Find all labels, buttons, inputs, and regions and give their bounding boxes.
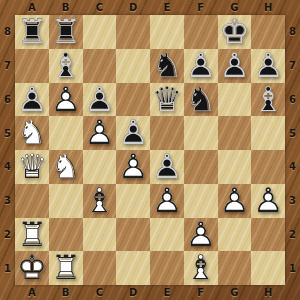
square-f5[interactable] <box>184 116 218 150</box>
square-e4[interactable]: ♟♙ <box>150 150 184 184</box>
square-g7[interactable]: ♟♙ <box>218 49 252 83</box>
square-a8[interactable]: ♜♖ <box>15 15 49 49</box>
white-knight-a5[interactable]: ♞♘ <box>15 116 49 150</box>
white-king-a1[interactable]: ♚♔ <box>15 251 49 285</box>
queen-glyph-outline: ♕ <box>17 150 47 184</box>
pawn-glyph-outline: ♙ <box>84 83 114 117</box>
square-f1[interactable]: ♝♗ <box>184 251 218 285</box>
file-label-d: D <box>116 285 150 300</box>
black-rook-a8[interactable]: ♜♖ <box>15 15 49 49</box>
white-pawn-g3[interactable]: ♟♙ <box>218 184 252 218</box>
square-g8[interactable]: ♚♔ <box>218 15 252 49</box>
knight-glyph-outline: ♘ <box>17 116 47 150</box>
rank-label-4: 4 <box>285 150 300 184</box>
rank-label-3: 3 <box>0 184 15 218</box>
rank-label-4: 4 <box>0 150 15 184</box>
pawn-glyph-outline: ♙ <box>50 83 80 117</box>
square-c7[interactable] <box>83 49 117 83</box>
white-queen-a4[interactable]: ♛♕ <box>15 150 49 184</box>
square-e5[interactable] <box>150 116 184 150</box>
bishop-glyph-outline: ♗ <box>50 49 80 83</box>
square-d3[interactable] <box>116 184 150 218</box>
square-b4[interactable]: ♞♘ <box>49 150 83 184</box>
black-pawn-a6[interactable]: ♟♙ <box>15 83 49 117</box>
square-e7[interactable]: ♞♘ <box>150 49 184 83</box>
square-h6[interactable]: ♝♗ <box>251 83 285 117</box>
pawn-glyph-outline: ♙ <box>253 49 283 83</box>
square-e8[interactable] <box>150 15 184 49</box>
square-h4[interactable] <box>251 150 285 184</box>
square-g6[interactable] <box>218 83 252 117</box>
pawn-glyph-outline: ♙ <box>185 218 215 252</box>
square-c6[interactable]: ♟♙ <box>83 83 117 117</box>
square-f7[interactable]: ♟♙ <box>184 49 218 83</box>
rank-labels-left: 87654321 <box>0 15 15 285</box>
black-pawn-e4[interactable]: ♟♙ <box>150 150 184 184</box>
black-pawn-f7[interactable]: ♟♙ <box>184 49 218 83</box>
black-bishop-b7[interactable]: ♝♗ <box>49 49 83 83</box>
white-pawn-c5[interactable]: ♟♙ <box>83 116 117 150</box>
square-h7[interactable]: ♟♙ <box>251 49 285 83</box>
rank-label-6: 6 <box>285 83 300 117</box>
file-label-c: C <box>83 0 117 15</box>
square-c5[interactable]: ♟♙ <box>83 116 117 150</box>
rank-label-1: 1 <box>285 251 300 285</box>
rook-glyph-outline: ♖ <box>17 15 47 49</box>
square-c4[interactable] <box>83 150 117 184</box>
square-a2[interactable]: ♜♖ <box>15 218 49 252</box>
white-bishop-f1[interactable]: ♝♗ <box>184 251 218 285</box>
file-label-h: H <box>251 285 285 300</box>
square-b7[interactable]: ♝♗ <box>49 49 83 83</box>
square-a3[interactable] <box>15 184 49 218</box>
file-label-b: B <box>49 285 83 300</box>
square-h1[interactable] <box>251 251 285 285</box>
rook-glyph-outline: ♖ <box>50 251 80 285</box>
square-f8[interactable] <box>184 15 218 49</box>
file-label-c: C <box>83 285 117 300</box>
square-a4[interactable]: ♛♕ <box>15 150 49 184</box>
pawn-glyph-outline: ♙ <box>152 184 182 218</box>
square-b1[interactable]: ♜♖ <box>49 251 83 285</box>
square-d2[interactable] <box>116 218 150 252</box>
file-label-d: D <box>116 0 150 15</box>
square-d4[interactable]: ♟♙ <box>116 150 150 184</box>
file-label-a: A <box>15 285 49 300</box>
square-a7[interactable] <box>15 49 49 83</box>
pawn-glyph-outline: ♙ <box>219 49 249 83</box>
black-pawn-h7[interactable]: ♟♙ <box>251 49 285 83</box>
file-label-f: F <box>184 0 218 15</box>
file-label-e: E <box>150 0 184 15</box>
pawn-glyph-outline: ♙ <box>253 184 283 218</box>
white-pawn-f2[interactable]: ♟♙ <box>184 218 218 252</box>
chess-board: ♜♖♜♖♚♔♝♗♞♘♟♙♟♙♟♙♟♙♟♙♟♙♛♕♞♘♝♗♞♘♟♙♟♙♛♕♞♘♟♙… <box>15 15 285 285</box>
square-g5[interactable] <box>218 116 252 150</box>
knight-glyph-outline: ♘ <box>185 83 215 117</box>
file-label-f: F <box>184 285 218 300</box>
rank-label-2: 2 <box>285 218 300 252</box>
square-c8[interactable] <box>83 15 117 49</box>
king-glyph-outline: ♔ <box>219 15 249 49</box>
knight-glyph-outline: ♘ <box>152 49 182 83</box>
pawn-glyph-outline: ♙ <box>118 116 148 150</box>
square-e1[interactable] <box>150 251 184 285</box>
white-pawn-d4[interactable]: ♟♙ <box>116 150 150 184</box>
pawn-glyph-outline: ♙ <box>185 49 215 83</box>
square-h3[interactable]: ♟♙ <box>251 184 285 218</box>
rank-label-7: 7 <box>0 49 15 83</box>
square-d1[interactable] <box>116 251 150 285</box>
square-e2[interactable] <box>150 218 184 252</box>
square-b5[interactable] <box>49 116 83 150</box>
square-f4[interactable] <box>184 150 218 184</box>
file-label-h: H <box>251 0 285 15</box>
rank-labels-right: 87654321 <box>285 15 300 285</box>
rank-label-7: 7 <box>285 49 300 83</box>
square-h5[interactable] <box>251 116 285 150</box>
square-b3[interactable] <box>49 184 83 218</box>
rank-label-2: 2 <box>0 218 15 252</box>
black-knight-f6[interactable]: ♞♘ <box>184 83 218 117</box>
pawn-glyph-outline: ♙ <box>118 150 148 184</box>
square-g4[interactable] <box>218 150 252 184</box>
black-queen-e6[interactable]: ♛♕ <box>150 83 184 117</box>
rank-label-6: 6 <box>0 83 15 117</box>
square-d5[interactable]: ♟♙ <box>116 116 150 150</box>
white-pawn-b6[interactable]: ♟♙ <box>49 83 83 117</box>
white-pawn-e3[interactable]: ♟♙ <box>150 184 184 218</box>
black-pawn-g7[interactable]: ♟♙ <box>218 49 252 83</box>
square-g3[interactable]: ♟♙ <box>218 184 252 218</box>
file-label-g: G <box>218 285 252 300</box>
bishop-glyph-outline: ♗ <box>185 251 215 285</box>
square-d8[interactable] <box>116 15 150 49</box>
square-f6[interactable]: ♞♘ <box>184 83 218 117</box>
square-c3[interactable]: ♝♗ <box>83 184 117 218</box>
black-knight-e7[interactable]: ♞♘ <box>150 49 184 83</box>
rank-label-8: 8 <box>285 15 300 49</box>
rank-label-1: 1 <box>0 251 15 285</box>
king-glyph-outline: ♔ <box>17 251 47 285</box>
square-b6[interactable]: ♟♙ <box>49 83 83 117</box>
knight-glyph-outline: ♘ <box>50 150 80 184</box>
white-knight-b4[interactable]: ♞♘ <box>49 150 83 184</box>
square-d7[interactable] <box>116 49 150 83</box>
white-bishop-c3[interactable]: ♝♗ <box>83 184 117 218</box>
square-c1[interactable] <box>83 251 117 285</box>
file-label-e: E <box>150 285 184 300</box>
black-pawn-c6[interactable]: ♟♙ <box>83 83 117 117</box>
black-pawn-d5[interactable]: ♟♙ <box>116 116 150 150</box>
rank-label-3: 3 <box>285 184 300 218</box>
bishop-glyph-outline: ♗ <box>84 184 114 218</box>
rank-label-5: 5 <box>285 116 300 150</box>
square-f2[interactable]: ♟♙ <box>184 218 218 252</box>
square-f3[interactable] <box>184 184 218 218</box>
chess-board-frame: ABCDEFGH ABCDEFGH 87654321 87654321 ♜♖♜♖… <box>0 0 300 300</box>
queen-glyph-outline: ♕ <box>152 83 182 117</box>
rank-label-5: 5 <box>0 116 15 150</box>
square-g1[interactable] <box>218 251 252 285</box>
rook-glyph-outline: ♖ <box>50 15 80 49</box>
square-h2[interactable] <box>251 218 285 252</box>
square-a6[interactable]: ♟♙ <box>15 83 49 117</box>
square-e3[interactable]: ♟♙ <box>150 184 184 218</box>
square-a5[interactable]: ♞♘ <box>15 116 49 150</box>
white-pawn-h3[interactable]: ♟♙ <box>251 184 285 218</box>
file-labels-bottom: ABCDEFGH <box>15 285 285 300</box>
square-h8[interactable] <box>251 15 285 49</box>
black-bishop-h6[interactable]: ♝♗ <box>251 83 285 117</box>
square-d6[interactable] <box>116 83 150 117</box>
white-rook-b1[interactable]: ♜♖ <box>49 251 83 285</box>
bishop-glyph-outline: ♗ <box>253 83 283 117</box>
pawn-glyph-outline: ♙ <box>17 83 47 117</box>
square-b8[interactable]: ♜♖ <box>49 15 83 49</box>
pawn-glyph-outline: ♙ <box>219 184 249 218</box>
square-a1[interactable]: ♚♔ <box>15 251 49 285</box>
black-king-g8[interactable]: ♚♔ <box>218 15 252 49</box>
square-b2[interactable] <box>49 218 83 252</box>
white-rook-a2[interactable]: ♜♖ <box>15 218 49 252</box>
rook-glyph-outline: ♖ <box>17 218 47 252</box>
black-rook-b8[interactable]: ♜♖ <box>49 15 83 49</box>
pawn-glyph-outline: ♙ <box>152 150 182 184</box>
square-g2[interactable] <box>218 218 252 252</box>
square-c2[interactable] <box>83 218 117 252</box>
rank-label-8: 8 <box>0 15 15 49</box>
square-e6[interactable]: ♛♕ <box>150 83 184 117</box>
pawn-glyph-outline: ♙ <box>84 116 114 150</box>
